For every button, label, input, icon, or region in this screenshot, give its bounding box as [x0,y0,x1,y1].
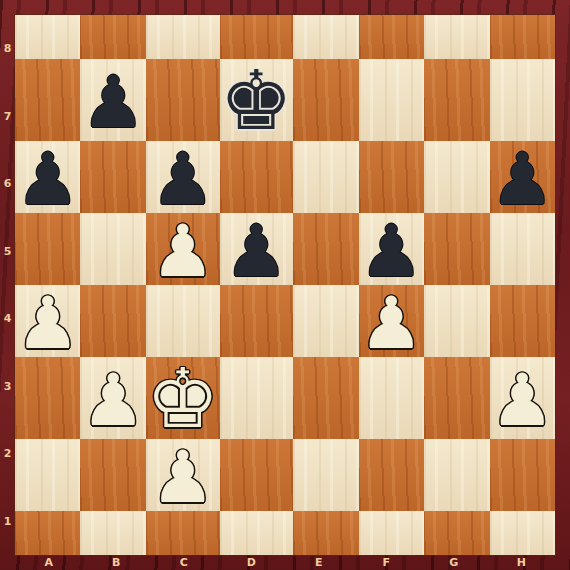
file-label-b: B [83,555,151,570]
square-g6[interactable] [424,141,490,213]
square-d4[interactable] [220,285,294,357]
white-pawn-a4[interactable]: ♟ [15,287,80,359]
black-pawn-d5[interactable]: ♟ [224,215,289,287]
white-king-c3[interactable]: ♚ [146,358,220,440]
square-f2[interactable] [359,439,425,511]
file-label-g: G [420,555,488,570]
white-pawn-b3[interactable]: ♟ [81,364,146,436]
square-a7[interactable] [15,59,80,141]
square-e2[interactable] [293,439,358,511]
white-pawn-f4[interactable]: ♟ [359,287,424,359]
square-c8[interactable] [146,15,220,59]
square-g7[interactable] [424,59,490,141]
square-c2[interactable]: ♟ [146,439,220,511]
square-c3[interactable]: ♚ [146,357,220,439]
square-e6[interactable] [293,141,358,213]
square-f3[interactable] [359,357,425,439]
square-e1[interactable] [293,511,358,555]
square-g2[interactable] [424,439,490,511]
square-h5[interactable] [490,213,555,285]
square-c5[interactable]: ♟ [146,213,220,285]
file-label-c: C [150,555,218,570]
black-pawn-h6[interactable]: ♟ [490,143,555,215]
board-frame: ♟♚♟♟♟♟♟♟♟♟♟♚♟♟ 87654321ABCDEFGH [0,0,570,570]
square-e5[interactable] [293,213,358,285]
square-a8[interactable] [15,15,80,59]
square-c4[interactable] [146,285,220,357]
file-label-d: D [218,555,286,570]
rank-label-1: 1 [0,488,15,556]
square-e3[interactable] [293,357,358,439]
square-c7[interactable] [146,59,220,141]
square-a2[interactable] [15,439,80,511]
square-a3[interactable] [15,357,80,439]
white-pawn-c5[interactable]: ♟ [150,215,215,287]
black-pawn-b7[interactable]: ♟ [81,66,146,138]
square-d3[interactable] [220,357,294,439]
square-c6[interactable]: ♟ [146,141,220,213]
square-g5[interactable] [424,213,490,285]
square-a6[interactable]: ♟ [15,141,80,213]
board: ♟♚♟♟♟♟♟♟♟♟♟♚♟♟ [15,15,555,555]
square-h4[interactable] [490,285,555,357]
square-f7[interactable] [359,59,425,141]
rank-label-7: 7 [0,83,15,151]
square-b3[interactable]: ♟ [80,357,146,439]
square-f1[interactable] [359,511,425,555]
square-a5[interactable] [15,213,80,285]
square-g1[interactable] [424,511,490,555]
square-e4[interactable] [293,285,358,357]
square-e8[interactable] [293,15,358,59]
file-label-f: F [353,555,421,570]
square-h7[interactable] [490,59,555,141]
square-h3[interactable]: ♟ [490,357,555,439]
square-e7[interactable] [293,59,358,141]
black-pawn-c6[interactable]: ♟ [150,143,215,215]
square-b5[interactable] [80,213,146,285]
file-label-a: A [15,555,83,570]
square-g3[interactable] [424,357,490,439]
square-g8[interactable] [424,15,490,59]
square-f6[interactable] [359,141,425,213]
square-f8[interactable] [359,15,425,59]
square-g4[interactable] [424,285,490,357]
rank-label-8: 8 [0,15,15,83]
square-d5[interactable]: ♟ [220,213,294,285]
square-a1[interactable] [15,511,80,555]
square-h2[interactable] [490,439,555,511]
square-b7[interactable]: ♟ [80,59,146,141]
square-b4[interactable] [80,285,146,357]
square-h8[interactable] [490,15,555,59]
square-b8[interactable] [80,15,146,59]
square-b6[interactable] [80,141,146,213]
rank-label-6: 6 [0,150,15,218]
square-d2[interactable] [220,439,294,511]
black-pawn-f5[interactable]: ♟ [359,215,424,287]
white-pawn-c2[interactable]: ♟ [150,441,215,513]
square-d1[interactable] [220,511,294,555]
square-b1[interactable] [80,511,146,555]
square-b2[interactable] [80,439,146,511]
rank-label-2: 2 [0,420,15,488]
square-h6[interactable]: ♟ [490,141,555,213]
black-king-d7[interactable]: ♚ [220,60,294,142]
square-a4[interactable]: ♟ [15,285,80,357]
square-d7[interactable]: ♚ [220,59,294,141]
square-f4[interactable]: ♟ [359,285,425,357]
rank-label-4: 4 [0,285,15,353]
black-pawn-a6[interactable]: ♟ [15,143,80,215]
white-pawn-h3[interactable]: ♟ [490,364,555,436]
square-h1[interactable] [490,511,555,555]
rank-label-5: 5 [0,218,15,286]
file-label-e: E [285,555,353,570]
rank-label-3: 3 [0,353,15,421]
square-c1[interactable] [146,511,220,555]
file-label-h: H [488,555,556,570]
square-f5[interactable]: ♟ [359,213,425,285]
square-d6[interactable] [220,141,294,213]
